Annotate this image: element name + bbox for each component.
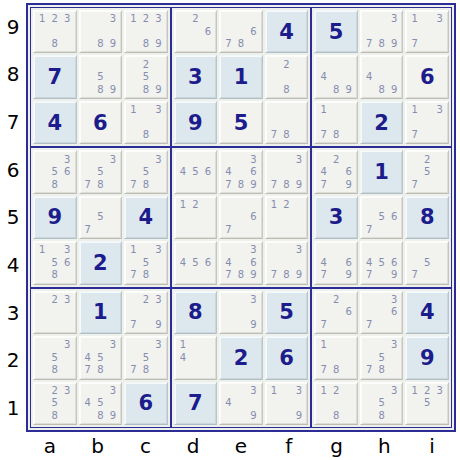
cell-h9[interactable]: 3789 xyxy=(360,10,404,53)
candidate-1 xyxy=(222,153,235,165)
candidate-1: 1 xyxy=(127,244,140,256)
cell-b8[interactable]: 589 xyxy=(79,55,123,98)
candidate-8: 8 xyxy=(280,269,293,281)
candidate-4 xyxy=(127,352,140,364)
candidates: 678 xyxy=(222,13,260,50)
row-label-1: 1 xyxy=(0,384,26,432)
candidate-6 xyxy=(247,397,260,409)
cell-d8[interactable]: 3 xyxy=(174,55,218,98)
candidate-3: 3 xyxy=(293,385,306,397)
candidate-4 xyxy=(268,397,281,409)
cell-f8[interactable]: 28 xyxy=(265,55,309,98)
candidate-6 xyxy=(202,211,215,223)
candidate-2: 2 xyxy=(49,294,62,306)
candidate-8: 8 xyxy=(94,364,107,376)
candidate-9 xyxy=(61,364,74,376)
candidate-9 xyxy=(388,224,401,236)
candidates: 34589 xyxy=(82,385,120,422)
cell-b3[interactable]: 1 xyxy=(79,291,123,334)
candidate-4 xyxy=(363,25,376,37)
cell-d7[interactable]: 9 xyxy=(174,101,218,144)
candidate-8 xyxy=(375,319,388,331)
cell-value: 9 xyxy=(34,197,76,238)
cell-d4[interactable]: 456 xyxy=(174,241,218,284)
cell-h7[interactable]: 2 xyxy=(360,101,404,144)
candidate-2 xyxy=(94,339,107,351)
candidate-3 xyxy=(342,385,355,397)
candidate-1 xyxy=(177,244,190,256)
cell-e5[interactable]: 67 xyxy=(219,196,263,239)
candidate-7: 7 xyxy=(363,364,376,376)
candidate-3: 3 xyxy=(247,385,260,397)
cell-d3[interactable]: 8 xyxy=(174,291,218,334)
candidate-2 xyxy=(235,13,248,25)
row-label-3: 3 xyxy=(0,289,26,337)
cell-a6[interactable]: 3568 xyxy=(33,150,77,193)
cell-c3[interactable]: 2379 xyxy=(124,291,168,334)
candidate-8: 8 xyxy=(330,409,343,421)
row-label-5: 5 xyxy=(0,194,26,242)
candidate-2 xyxy=(375,385,388,397)
candidate-5 xyxy=(330,257,343,269)
cell-value: 4 xyxy=(125,197,167,238)
candidate-8: 8 xyxy=(280,129,293,141)
candidate-1 xyxy=(363,339,376,351)
candidate-1 xyxy=(268,244,281,256)
cell-e1[interactable]: 349 xyxy=(219,382,263,425)
candidate-1 xyxy=(363,385,376,397)
candidate-4 xyxy=(363,211,376,223)
candidate-3: 3 xyxy=(107,339,120,351)
cell-c2[interactable]: 3578 xyxy=(124,336,168,379)
candidate-8 xyxy=(235,224,248,236)
cell-c5[interactable]: 4 xyxy=(124,196,168,239)
candidate-1 xyxy=(408,244,421,256)
candidates: 128 xyxy=(317,385,355,422)
candidate-2: 2 xyxy=(280,58,293,70)
cell-c9[interactable]: 12389 xyxy=(124,10,168,53)
candidate-6 xyxy=(107,166,120,178)
candidate-8 xyxy=(421,38,434,50)
candidate-8 xyxy=(330,178,343,190)
candidate-2 xyxy=(375,339,388,351)
candidate-3: 3 xyxy=(433,385,446,397)
candidate-3 xyxy=(202,13,215,25)
candidates: 3578 xyxy=(127,153,165,190)
candidate-3: 3 xyxy=(152,294,165,306)
cell-b5[interactable]: 57 xyxy=(79,196,123,239)
col-label-a: a xyxy=(26,432,74,460)
cell-c1[interactable]: 6 xyxy=(124,382,168,425)
cell-g6[interactable]: 24679 xyxy=(314,150,358,193)
candidate-8: 8 xyxy=(94,409,107,421)
cell-a9[interactable]: 1238 xyxy=(33,10,77,53)
cell-g1[interactable]: 128 xyxy=(314,382,358,425)
candidate-9: 9 xyxy=(152,83,165,95)
cell-c6[interactable]: 3578 xyxy=(124,150,168,193)
candidate-7: 7 xyxy=(82,178,95,190)
candidates: 358 xyxy=(36,339,74,376)
cell-value: 9 xyxy=(406,337,448,378)
candidate-6: 6 xyxy=(388,257,401,269)
candidate-9 xyxy=(202,38,215,50)
candidates: 456 xyxy=(177,153,215,190)
candidate-5 xyxy=(280,257,293,269)
candidate-6: 6 xyxy=(202,25,215,37)
candidates: 138 xyxy=(127,104,165,141)
candidate-9: 9 xyxy=(293,409,306,421)
candidate-8: 8 xyxy=(140,38,153,50)
candidate-5: 5 xyxy=(49,397,62,409)
candidate-9 xyxy=(202,269,215,281)
candidate-3 xyxy=(342,294,355,306)
candidates: 57 xyxy=(82,199,120,236)
candidate-4 xyxy=(36,166,49,178)
candidate-2 xyxy=(94,385,107,397)
candidate-7: 7 xyxy=(317,364,330,376)
candidate-8: 8 xyxy=(375,83,388,95)
candidate-6 xyxy=(293,166,306,178)
candidate-9 xyxy=(433,409,446,421)
candidate-8: 8 xyxy=(330,129,343,141)
candidate-5: 5 xyxy=(140,257,153,269)
candidate-5: 5 xyxy=(375,397,388,409)
candidate-3 xyxy=(388,244,401,256)
cell-e2[interactable]: 2 xyxy=(219,336,263,379)
candidate-7: 7 xyxy=(127,178,140,190)
cell-h1[interactable]: 358 xyxy=(360,382,404,425)
candidate-2 xyxy=(189,153,202,165)
candidate-9: 9 xyxy=(247,409,260,421)
candidate-1 xyxy=(127,339,140,351)
candidate-4 xyxy=(82,71,95,83)
candidate-9 xyxy=(202,224,215,236)
cell-i8[interactable]: 6 xyxy=(405,55,449,98)
candidate-2 xyxy=(375,13,388,25)
cell-a2[interactable]: 358 xyxy=(33,336,77,379)
candidate-6 xyxy=(152,257,165,269)
candidate-8 xyxy=(421,269,434,281)
cell-c8[interactable]: 2589 xyxy=(124,55,168,98)
candidate-9 xyxy=(433,129,446,141)
candidate-9 xyxy=(433,269,446,281)
candidate-1 xyxy=(222,385,235,397)
candidate-5 xyxy=(330,166,343,178)
box-5: 45634678937891267124563467893789 xyxy=(171,147,312,287)
candidate-3: 3 xyxy=(107,153,120,165)
cell-b6[interactable]: 3578 xyxy=(79,150,123,193)
candidate-4: 4 xyxy=(317,71,330,83)
candidate-5: 5 xyxy=(94,352,107,364)
candidate-1: 1 xyxy=(36,13,49,25)
candidate-3 xyxy=(342,153,355,165)
candidates: 489 xyxy=(317,58,355,95)
cell-e8[interactable]: 1 xyxy=(219,55,263,98)
candidate-9 xyxy=(152,178,165,190)
cell-a1[interactable]: 2358 xyxy=(33,382,77,425)
candidate-2 xyxy=(94,153,107,165)
candidate-5: 5 xyxy=(375,211,388,223)
candidate-4 xyxy=(222,25,235,37)
candidates: 3578 xyxy=(363,339,401,376)
candidate-3: 3 xyxy=(388,385,401,397)
cell-i4[interactable]: 57 xyxy=(405,241,449,284)
candidate-6 xyxy=(293,257,306,269)
candidate-4 xyxy=(82,166,95,178)
cell-i7[interactable]: 137 xyxy=(405,101,449,144)
candidate-6 xyxy=(433,397,446,409)
cell-i1[interactable]: 1235 xyxy=(405,382,449,425)
cell-value: 7 xyxy=(175,383,217,424)
candidate-6 xyxy=(433,166,446,178)
candidate-5 xyxy=(280,166,293,178)
candidate-5: 5 xyxy=(49,257,62,269)
candidate-6 xyxy=(293,71,306,83)
candidate-7 xyxy=(408,409,421,421)
candidate-1 xyxy=(317,244,330,256)
candidate-2: 2 xyxy=(330,153,343,165)
cell-h8[interactable]: 489 xyxy=(360,55,404,98)
candidate-8: 8 xyxy=(375,38,388,50)
cell-e9[interactable]: 678 xyxy=(219,10,263,53)
candidate-6: 6 xyxy=(202,257,215,269)
cell-h3[interactable]: 367 xyxy=(360,291,404,334)
candidates: 57 xyxy=(408,244,446,281)
row-label-9: 9 xyxy=(0,3,26,51)
candidate-3: 3 xyxy=(388,339,401,351)
candidate-2: 2 xyxy=(280,199,293,211)
candidate-5 xyxy=(280,71,293,83)
candidate-7: 7 xyxy=(363,319,376,331)
cell-b4[interactable]: 2 xyxy=(79,241,123,284)
candidate-4 xyxy=(317,397,330,409)
cell-f4[interactable]: 3789 xyxy=(265,241,309,284)
candidates: 346789 xyxy=(222,244,260,281)
candidate-3: 3 xyxy=(247,244,260,256)
cell-value: 8 xyxy=(175,292,217,333)
candidate-7 xyxy=(82,83,95,95)
cell-d9[interactable]: 26 xyxy=(174,10,218,53)
candidate-1 xyxy=(36,294,49,306)
cell-e4[interactable]: 346789 xyxy=(219,241,263,284)
cell-value: 2 xyxy=(80,242,122,283)
cell-g7[interactable]: 178 xyxy=(314,101,358,144)
candidate-3 xyxy=(293,104,306,116)
cell-e3[interactable]: 39 xyxy=(219,291,263,334)
cell-d2[interactable]: 14 xyxy=(174,336,218,379)
candidate-2: 2 xyxy=(189,13,202,25)
cell-d6[interactable]: 456 xyxy=(174,150,218,193)
candidate-1 xyxy=(36,385,49,397)
cell-c4[interactable]: 13578 xyxy=(124,241,168,284)
candidate-3 xyxy=(342,339,355,351)
box-1: 1238389123897589258946138 xyxy=(30,7,171,147)
cell-value: 2 xyxy=(361,102,403,143)
candidates: 567 xyxy=(363,199,401,236)
candidate-6 xyxy=(388,25,401,37)
cell-g9[interactable]: 5 xyxy=(314,10,358,53)
candidates: 456 xyxy=(177,244,215,281)
candidate-6 xyxy=(107,25,120,37)
cell-c7[interactable]: 138 xyxy=(124,101,168,144)
candidate-9 xyxy=(433,178,446,190)
candidate-7 xyxy=(177,178,190,190)
candidate-4 xyxy=(317,352,330,364)
candidate-5: 5 xyxy=(421,257,434,269)
cell-i3[interactable]: 4 xyxy=(405,291,449,334)
candidates: 34578 xyxy=(82,339,120,376)
candidate-7 xyxy=(127,83,140,95)
candidate-5 xyxy=(330,116,343,128)
candidate-4 xyxy=(127,306,140,318)
cell-h4[interactable]: 45679 xyxy=(360,241,404,284)
candidates: 346789 xyxy=(222,153,260,190)
cell-f7[interactable]: 78 xyxy=(265,101,309,144)
candidate-3: 3 xyxy=(152,153,165,165)
candidate-7 xyxy=(36,319,49,331)
candidate-9 xyxy=(388,319,401,331)
cell-a3[interactable]: 23 xyxy=(33,291,77,334)
candidate-1 xyxy=(363,199,376,211)
cell-f2[interactable]: 6 xyxy=(265,336,309,379)
candidate-5: 5 xyxy=(375,352,388,364)
candidate-7: 7 xyxy=(127,319,140,331)
candidate-3: 3 xyxy=(61,385,74,397)
candidate-6: 6 xyxy=(388,306,401,318)
candidate-8 xyxy=(235,319,248,331)
cell-f1[interactable]: 139 xyxy=(265,382,309,425)
candidate-1 xyxy=(363,58,376,70)
box-3: 5378913748948961782137 xyxy=(311,7,452,147)
cell-g3[interactable]: 267 xyxy=(314,291,358,334)
candidate-6 xyxy=(107,71,120,83)
candidate-8 xyxy=(280,224,293,236)
cell-g4[interactable]: 4679 xyxy=(314,241,358,284)
candidate-4 xyxy=(408,397,421,409)
candidates: 3568 xyxy=(36,153,74,190)
candidate-1 xyxy=(363,244,376,256)
cell-value: 6 xyxy=(80,102,122,143)
candidate-6: 6 xyxy=(342,166,355,178)
candidate-7: 7 xyxy=(317,269,330,281)
candidate-6 xyxy=(342,397,355,409)
cell-f3[interactable]: 5 xyxy=(265,291,309,334)
cell-i5[interactable]: 8 xyxy=(405,196,449,239)
candidate-6 xyxy=(152,166,165,178)
cell-d1[interactable]: 7 xyxy=(174,382,218,425)
cell-e6[interactable]: 346789 xyxy=(219,150,263,193)
col-label-g: g xyxy=(313,432,361,460)
cell-h2[interactable]: 3578 xyxy=(360,336,404,379)
candidate-9: 9 xyxy=(107,38,120,50)
candidate-2 xyxy=(49,244,62,256)
cell-value: 9 xyxy=(175,102,217,143)
cell-i9[interactable]: 137 xyxy=(405,10,449,53)
candidate-2 xyxy=(189,244,202,256)
candidate-2 xyxy=(140,339,153,351)
candidate-4: 4 xyxy=(363,71,376,83)
candidate-6 xyxy=(247,306,260,318)
candidates: 137 xyxy=(408,13,446,50)
candidate-4 xyxy=(127,166,140,178)
candidate-3: 3 xyxy=(61,13,74,25)
candidate-7 xyxy=(36,364,49,376)
candidate-3: 3 xyxy=(152,104,165,116)
cell-a7[interactable]: 4 xyxy=(33,101,77,144)
candidates: 178 xyxy=(317,339,355,376)
cell-b1[interactable]: 34589 xyxy=(79,382,123,425)
candidate-6 xyxy=(152,116,165,128)
cell-g8[interactable]: 489 xyxy=(314,55,358,98)
candidate-8: 8 xyxy=(49,178,62,190)
candidate-3: 3 xyxy=(152,13,165,25)
candidate-8: 8 xyxy=(330,364,343,376)
candidate-4 xyxy=(317,306,330,318)
cell-f9[interactable]: 4 xyxy=(265,10,309,53)
candidate-6 xyxy=(433,257,446,269)
candidate-1: 1 xyxy=(268,385,281,397)
candidate-4 xyxy=(222,306,235,318)
cell-i6[interactable]: 257 xyxy=(405,150,449,193)
candidate-9 xyxy=(342,364,355,376)
cell-e7[interactable]: 5 xyxy=(219,101,263,144)
cell-b2[interactable]: 34578 xyxy=(79,336,123,379)
candidate-5 xyxy=(235,166,248,178)
col-label-e: e xyxy=(217,432,265,460)
candidates: 389 xyxy=(82,13,120,50)
candidate-4 xyxy=(177,25,190,37)
cell-d5[interactable]: 12 xyxy=(174,196,218,239)
candidate-5: 5 xyxy=(189,166,202,178)
candidate-1 xyxy=(127,58,140,70)
candidate-2 xyxy=(94,13,107,25)
cell-f5[interactable]: 12 xyxy=(265,196,309,239)
cell-a4[interactable]: 13568 xyxy=(33,241,77,284)
candidate-4 xyxy=(36,397,49,409)
candidate-6 xyxy=(388,71,401,83)
cell-i2[interactable]: 9 xyxy=(405,336,449,379)
candidate-4: 4 xyxy=(82,397,95,409)
candidate-7 xyxy=(36,178,49,190)
cell-h5[interactable]: 567 xyxy=(360,196,404,239)
row-label-8: 8 xyxy=(0,51,26,99)
candidate-4 xyxy=(268,116,281,128)
cell-a5[interactable]: 9 xyxy=(33,196,77,239)
candidate-1 xyxy=(127,153,140,165)
candidate-3 xyxy=(388,199,401,211)
candidate-2 xyxy=(330,58,343,70)
candidate-8: 8 xyxy=(49,364,62,376)
candidate-8: 8 xyxy=(280,83,293,95)
candidate-4 xyxy=(222,211,235,223)
cell-value: 8 xyxy=(406,197,448,238)
cell-g5[interactable]: 3 xyxy=(314,196,358,239)
candidate-4 xyxy=(127,116,140,128)
cell-a8[interactable]: 7 xyxy=(33,55,77,98)
cell-g2[interactable]: 178 xyxy=(314,336,358,379)
candidate-5 xyxy=(375,306,388,318)
candidate-2 xyxy=(140,153,153,165)
candidate-4: 4 xyxy=(222,397,235,409)
candidate-2 xyxy=(280,244,293,256)
cell-b9[interactable]: 389 xyxy=(79,10,123,53)
cell-f6[interactable]: 3789 xyxy=(265,150,309,193)
cell-value: 5 xyxy=(315,11,357,52)
candidate-6 xyxy=(61,397,74,409)
cell-b7[interactable]: 6 xyxy=(79,101,123,144)
candidate-3 xyxy=(247,199,260,211)
cell-h6[interactable]: 1 xyxy=(360,150,404,193)
